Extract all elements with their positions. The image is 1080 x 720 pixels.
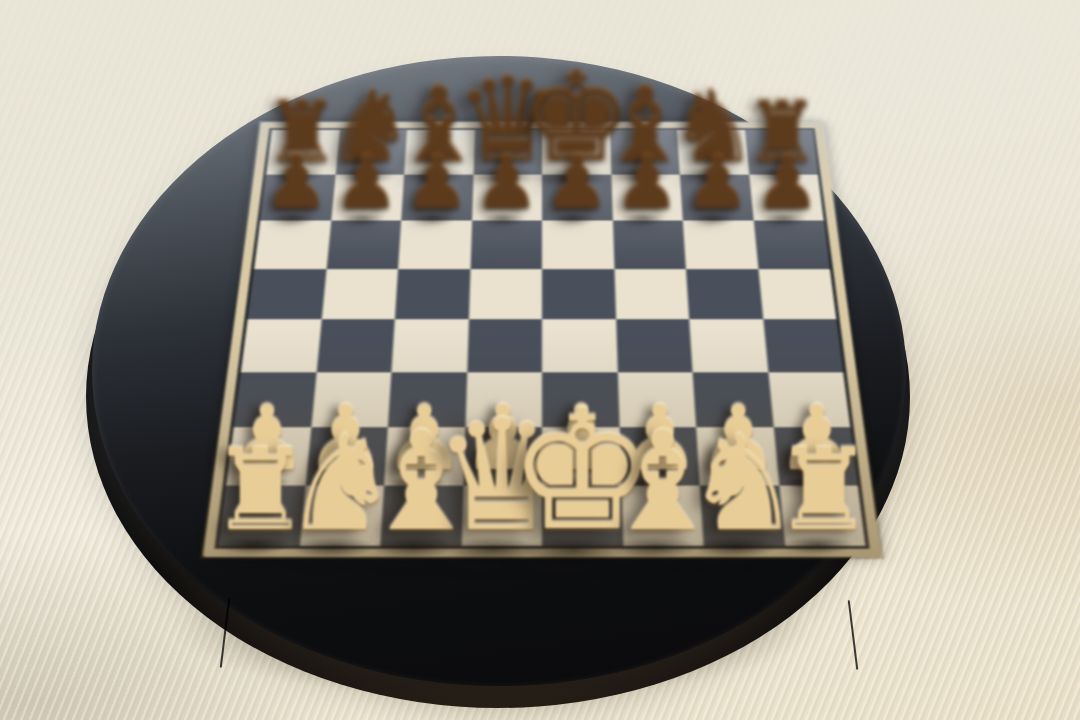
piece-black-pawn[interactable]: ♟ <box>334 147 399 220</box>
black-pawn-glyph: ♟ <box>685 147 750 220</box>
square-b5[interactable] <box>321 269 398 319</box>
square-h5[interactable] <box>758 269 836 319</box>
square-d5[interactable] <box>468 269 542 319</box>
square-g4[interactable] <box>689 319 768 372</box>
square-e6[interactable] <box>542 221 614 269</box>
black-pawn-glyph: ♟ <box>334 147 399 220</box>
square-c5[interactable] <box>395 269 470 319</box>
square-g5[interactable] <box>686 269 763 319</box>
piece-black-pawn[interactable]: ♟ <box>404 147 469 220</box>
square-c6[interactable] <box>398 221 472 269</box>
square-f4[interactable] <box>616 319 693 372</box>
black-pawn-glyph: ♟ <box>755 147 820 220</box>
square-c4[interactable] <box>391 319 468 372</box>
piece-black-pawn[interactable]: ♟ <box>755 147 820 220</box>
square-b6[interactable] <box>326 221 401 269</box>
black-pawn-glyph: ♟ <box>615 147 680 220</box>
square-a4[interactable] <box>241 319 321 372</box>
piece-black-pawn[interactable]: ♟ <box>615 147 680 220</box>
white-rook-glyph: ♜ <box>773 435 874 548</box>
square-h4[interactable] <box>763 319 843 372</box>
black-pawn-glyph: ♟ <box>404 147 469 220</box>
piece-white-rook[interactable]: ♜ <box>773 435 874 548</box>
square-a6[interactable] <box>254 221 331 269</box>
scene: ♜♞♝♛♚♝♞♜♟♟♟♟♟♟♟♟♟♟♟♟♟♟♟♟♜♞♝♛♚♝♞♜ <box>0 0 1080 720</box>
square-e5[interactable] <box>542 269 616 319</box>
square-h6[interactable] <box>753 221 830 269</box>
black-pawn-glyph: ♟ <box>544 147 609 220</box>
black-pawn-glyph: ♟ <box>474 147 539 220</box>
square-d6[interactable] <box>470 221 542 269</box>
square-b4[interactable] <box>316 319 395 372</box>
piece-black-pawn[interactable]: ♟ <box>474 147 539 220</box>
piece-black-pawn[interactable]: ♟ <box>544 147 609 220</box>
square-g6[interactable] <box>683 221 758 269</box>
piece-black-pawn[interactable]: ♟ <box>685 147 750 220</box>
square-e4[interactable] <box>542 319 617 372</box>
piece-black-pawn[interactable]: ♟ <box>264 147 329 220</box>
square-f6[interactable] <box>612 221 686 269</box>
square-f5[interactable] <box>614 269 689 319</box>
black-pawn-glyph: ♟ <box>264 147 329 220</box>
square-d4[interactable] <box>467 319 542 372</box>
square-a5[interactable] <box>248 269 326 319</box>
